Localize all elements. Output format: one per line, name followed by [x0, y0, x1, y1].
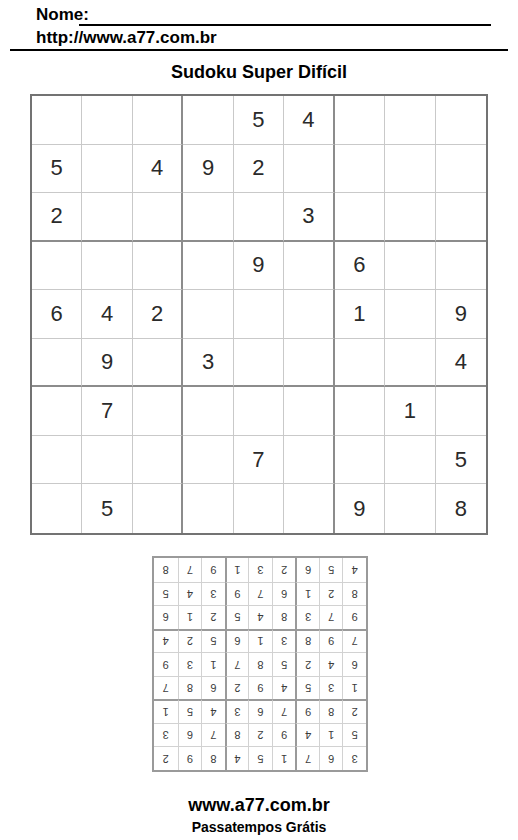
cell-r9c1: [32, 484, 82, 533]
solution-cell-r9c5: 3: [248, 558, 272, 582]
cell-r5c2: 4: [82, 290, 132, 339]
solution-cell-r6c7: 5: [201, 629, 225, 653]
footer-site: www.a77.com.br: [0, 795, 518, 816]
cell-r9c7: 9: [335, 484, 385, 533]
solution-cell-r2c6: 8: [225, 723, 249, 747]
solution-cell-r5c9: 9: [154, 652, 178, 676]
cell-r5c9: 9: [436, 290, 486, 339]
solution-cell-r1c9: 2: [154, 746, 178, 770]
cell-r7c5: [234, 387, 284, 436]
cell-r5c4: [183, 290, 233, 339]
cell-r1c7: [335, 96, 385, 145]
solution-cell-r4c2: 3: [319, 676, 343, 700]
cell-r7c2: 7: [82, 387, 132, 436]
cell-r6c9: 4: [436, 339, 486, 388]
cell-r3c2: [82, 193, 132, 242]
solution-cell-r7c9: 6: [154, 605, 178, 629]
solution-cell-r8c3: 1: [295, 582, 319, 606]
solution-cell-r4c4: 4: [272, 676, 296, 700]
cell-r8c5: 7: [234, 436, 284, 485]
cell-r9c4: [183, 484, 233, 533]
solution-cell-r8c8: 4: [178, 582, 202, 606]
solution-cell-r8c4: 6: [272, 582, 296, 606]
header-rule: [10, 34, 508, 51]
solution-cell-r5c7: 1: [201, 652, 225, 676]
solution-cell-r6c4: 3: [272, 629, 296, 653]
solution-cell-r4c6: 2: [225, 676, 249, 700]
cell-r3c3: [133, 193, 183, 242]
cell-r1c2: [82, 96, 132, 145]
cell-r3c9: [436, 193, 486, 242]
cell-r1c3: [133, 96, 183, 145]
solution-cell-r6c3: 8: [295, 629, 319, 653]
cell-r8c6: [284, 436, 334, 485]
cell-r3c4: [183, 193, 233, 242]
cell-r2c1: 5: [32, 145, 82, 194]
solution-cell-r1c8: 9: [178, 746, 202, 770]
cell-r5c6: [284, 290, 334, 339]
solution-cell-r4c9: 7: [154, 676, 178, 700]
solution-cell-r2c1: 5: [342, 723, 366, 747]
cell-r1c4: [183, 96, 233, 145]
solution-cell-r3c7: 4: [201, 699, 225, 723]
solution-cell-r5c4: 5: [272, 652, 296, 676]
solution-cell-r6c6: 6: [225, 629, 249, 653]
solution-cell-r6c1: 7: [342, 629, 366, 653]
cell-r5c5: [234, 290, 284, 339]
cell-r5c8: [385, 290, 435, 339]
cell-r4c5: 9: [234, 242, 284, 291]
solution-cell-r3c1: 2: [342, 699, 366, 723]
solution-cell-r5c2: 4: [319, 652, 343, 676]
cell-r7c3: [133, 387, 183, 436]
solution-cell-r8c7: 3: [201, 582, 225, 606]
solution-cell-r6c5: 1: [248, 629, 272, 653]
cell-r3c1: 2: [32, 193, 82, 242]
solution-cell-r4c1: 1: [342, 676, 366, 700]
solution-cell-r5c5: 8: [248, 652, 272, 676]
solution-cell-r2c3: 4: [295, 723, 319, 747]
cell-r4c3: [133, 242, 183, 291]
solution-cell-r9c9: 8: [154, 558, 178, 582]
cell-r6c5: [234, 339, 284, 388]
cell-r3c6: 3: [284, 193, 334, 242]
cell-r6c4: 3: [183, 339, 233, 388]
cell-r1c5: 5: [234, 96, 284, 145]
solution-cell-r2c5: 2: [248, 723, 272, 747]
solution-cell-r9c2: 5: [319, 558, 343, 582]
cell-r2c7: [335, 145, 385, 194]
solution-cell-r7c5: 4: [248, 605, 272, 629]
cell-r9c9: 8: [436, 484, 486, 533]
solution-cell-r3c9: 1: [154, 699, 178, 723]
cell-r3c5: [234, 193, 284, 242]
solution-cell-r1c3: 7: [295, 746, 319, 770]
solution-cell-r1c6: 4: [225, 746, 249, 770]
cell-r6c7: [335, 339, 385, 388]
cell-r8c2: [82, 436, 132, 485]
cell-r3c7: [335, 193, 385, 242]
solution-cell-r1c7: 8: [201, 746, 225, 770]
solution-cell-r4c3: 5: [295, 676, 319, 700]
cell-r7c9: [436, 387, 486, 436]
solution-cell-r7c4: 8: [272, 605, 296, 629]
solution-cell-r1c4: 1: [272, 746, 296, 770]
cell-r9c3: [133, 484, 183, 533]
name-blank-line: [79, 7, 491, 26]
cell-r2c2: [82, 145, 132, 194]
solution-cell-r2c8: 6: [178, 723, 202, 747]
cell-r6c6: [284, 339, 334, 388]
cell-r2c3: 4: [133, 145, 183, 194]
solution-cell-r9c6: 1: [225, 558, 249, 582]
cell-r6c2: 9: [82, 339, 132, 388]
solution-cell-r2c7: 7: [201, 723, 225, 747]
cell-r7c7: [335, 387, 385, 436]
solution-cell-r1c2: 6: [319, 746, 343, 770]
sudoku-puzzle-grid: 5454922396642199347175598: [30, 94, 488, 535]
cell-r2c5: 2: [234, 145, 284, 194]
cell-r5c1: 6: [32, 290, 82, 339]
solution-cell-r4c8: 8: [178, 676, 202, 700]
page-title: Sudoku Super Difícil: [0, 62, 518, 83]
sudoku-solution-grid-rotated: 3671548925149287632897634511354926876425…: [152, 556, 368, 772]
cell-r2c6: [284, 145, 334, 194]
solution-cell-r7c6: 5: [225, 605, 249, 629]
solution-cell-r8c2: 2: [319, 582, 343, 606]
solution-cell-r5c1: 6: [342, 652, 366, 676]
cell-r1c8: [385, 96, 435, 145]
cell-r5c3: 2: [133, 290, 183, 339]
solution-cell-r3c2: 8: [319, 699, 343, 723]
solution-cell-r7c3: 3: [295, 605, 319, 629]
solution-cell-r3c6: 3: [225, 699, 249, 723]
solution-cell-r3c5: 6: [248, 699, 272, 723]
footer-tagline: Passatempos Grátis: [0, 819, 518, 835]
solution-cell-r1c5: 5: [248, 746, 272, 770]
solution-cell-r9c3: 6: [295, 558, 319, 582]
solution-cell-r8c1: 8: [342, 582, 366, 606]
cell-r9c2: 5: [82, 484, 132, 533]
cell-r4c7: 6: [335, 242, 385, 291]
cell-r1c6: 4: [284, 96, 334, 145]
solution-cell-r5c3: 2: [295, 652, 319, 676]
solution-cell-r7c1: 9: [342, 605, 366, 629]
cell-r8c4: [183, 436, 233, 485]
cell-r8c1: [32, 436, 82, 485]
cell-r8c7: [335, 436, 385, 485]
cell-r4c8: [385, 242, 435, 291]
solution-cell-r3c3: 9: [295, 699, 319, 723]
solution-cell-r9c8: 7: [178, 558, 202, 582]
cell-r9c5: [234, 484, 284, 533]
cell-r7c1: [32, 387, 82, 436]
solution-cell-r9c7: 9: [201, 558, 225, 582]
cell-r4c2: [82, 242, 132, 291]
cell-r9c8: [385, 484, 435, 533]
solution-cell-r2c9: 3: [154, 723, 178, 747]
solution-cell-r8c5: 7: [248, 582, 272, 606]
cell-r4c4: [183, 242, 233, 291]
solution-cell-r4c5: 9: [248, 676, 272, 700]
solution-cell-r6c9: 4: [154, 629, 178, 653]
cell-r2c9: [436, 145, 486, 194]
solution-cell-r8c6: 9: [225, 582, 249, 606]
cell-r7c6: [284, 387, 334, 436]
cell-r5c7: 1: [335, 290, 385, 339]
solution-cell-r5c6: 7: [225, 652, 249, 676]
cell-r7c4: [183, 387, 233, 436]
cell-r9c6: [284, 484, 334, 533]
solution-cell-r6c8: 2: [178, 629, 202, 653]
cell-r6c3: [133, 339, 183, 388]
cell-r2c4: 9: [183, 145, 233, 194]
solution-cell-r8c9: 5: [154, 582, 178, 606]
cell-r4c6: [284, 242, 334, 291]
cell-r1c9: [436, 96, 486, 145]
solution-cell-r6c2: 9: [319, 629, 343, 653]
solution-cell-r3c4: 7: [272, 699, 296, 723]
solution-cell-r1c1: 3: [342, 746, 366, 770]
cell-r7c8: 1: [385, 387, 435, 436]
cell-r2c8: [385, 145, 435, 194]
solution-cell-r9c4: 2: [272, 558, 296, 582]
solution-cell-r7c2: 7: [319, 605, 343, 629]
cell-r4c1: [32, 242, 82, 291]
cell-r1c1: [32, 96, 82, 145]
solution-cell-r9c1: 4: [342, 558, 366, 582]
cell-r3c8: [385, 193, 435, 242]
cell-r8c8: [385, 436, 435, 485]
cell-r8c3: [133, 436, 183, 485]
solution-cell-r2c2: 1: [319, 723, 343, 747]
solution-cell-r3c8: 5: [178, 699, 202, 723]
solution-cell-r5c8: 3: [178, 652, 202, 676]
cell-r4c9: [436, 242, 486, 291]
solution-cell-r7c7: 2: [201, 605, 225, 629]
cell-r6c8: [385, 339, 435, 388]
solution-cell-r4c7: 6: [201, 676, 225, 700]
solution-cell-r2c4: 9: [272, 723, 296, 747]
solution-cell-r7c8: 1: [178, 605, 202, 629]
cell-r6c1: [32, 339, 82, 388]
cell-r8c9: 5: [436, 436, 486, 485]
